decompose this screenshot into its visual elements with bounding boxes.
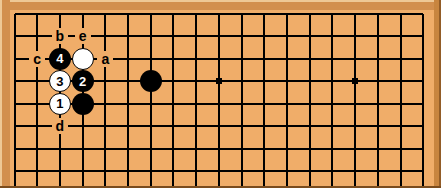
point-label-d: d xyxy=(52,118,68,134)
point-label-e: e xyxy=(75,28,91,44)
intersections-grid: becad4321 xyxy=(3,3,434,183)
white-stone-move-3: 3 xyxy=(49,70,71,92)
star-point xyxy=(216,78,222,84)
point-label-b: b xyxy=(52,28,68,44)
black-stone-move-4: 4 xyxy=(49,48,71,70)
point-label-a: a xyxy=(97,51,113,67)
star-point xyxy=(352,78,358,84)
black-stone xyxy=(72,93,94,115)
go-board-diagram: becad4321 xyxy=(0,0,441,188)
point-label-c: c xyxy=(29,51,45,67)
white-stone xyxy=(72,48,94,70)
white-stone-move-1: 1 xyxy=(49,93,71,115)
black-stone-move-2: 2 xyxy=(72,70,94,92)
black-stone xyxy=(140,70,162,92)
